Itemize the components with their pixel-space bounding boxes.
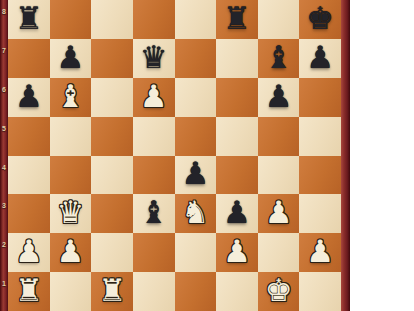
square-c6[interactable] xyxy=(91,78,133,117)
square-d4[interactable] xyxy=(133,156,175,195)
piece-black-queen: ♛ xyxy=(140,42,168,73)
square-a6[interactable]: ♟ xyxy=(8,78,50,117)
square-g6[interactable]: ♟ xyxy=(258,78,300,117)
piece-white-rook: ♜ xyxy=(15,275,43,306)
square-b4[interactable] xyxy=(50,156,92,195)
square-c1[interactable]: ♜ xyxy=(91,272,133,311)
square-e3[interactable]: ♞ xyxy=(175,194,217,233)
square-a7[interactable] xyxy=(8,39,50,78)
square-b7[interactable]: ♟ xyxy=(50,39,92,78)
piece-white-bishop: ♝ xyxy=(57,81,85,112)
piece-black-pawn: ♟ xyxy=(57,42,85,73)
piece-white-king: ♚ xyxy=(265,275,293,306)
rank-label-7: 7 xyxy=(0,47,8,55)
board-right-rail xyxy=(341,0,350,311)
square-e2[interactable] xyxy=(175,233,217,272)
piece-white-rook: ♜ xyxy=(98,275,126,306)
board-grid: ♜♜♚♟♛♝♟♟♝♟♟♟♛♝♞♟♟♟♟♟♟♜♜♚ xyxy=(8,0,341,311)
square-b5[interactable] xyxy=(50,117,92,156)
chess-board: ♜♜♚♟♛♝♟♟♝♟♟♟♛♝♞♟♟♟♟♟♟♜♜♚ 87654321 xyxy=(0,0,350,311)
square-f8[interactable]: ♜ xyxy=(216,0,258,39)
piece-black-bishop: ♝ xyxy=(265,42,293,73)
square-e4[interactable]: ♟ xyxy=(175,156,217,195)
piece-black-pawn: ♟ xyxy=(223,197,251,228)
piece-black-rook: ♜ xyxy=(223,3,251,34)
square-c2[interactable] xyxy=(91,233,133,272)
square-e1[interactable] xyxy=(175,272,217,311)
page-background: ♜♜♚♟♛♝♟♟♝♟♟♟♛♝♞♟♟♟♟♟♟♜♜♚ 87654321 xyxy=(0,0,414,311)
rank-label-1: 1 xyxy=(0,280,8,288)
square-h8[interactable]: ♚ xyxy=(299,0,341,39)
square-b8[interactable] xyxy=(50,0,92,39)
piece-white-pawn: ♟ xyxy=(15,236,43,267)
square-c5[interactable] xyxy=(91,117,133,156)
square-h1[interactable] xyxy=(299,272,341,311)
square-g1[interactable]: ♚ xyxy=(258,272,300,311)
piece-white-pawn: ♟ xyxy=(57,236,85,267)
square-g4[interactable] xyxy=(258,156,300,195)
square-d6[interactable]: ♟ xyxy=(133,78,175,117)
square-h2[interactable]: ♟ xyxy=(299,233,341,272)
square-h5[interactable] xyxy=(299,117,341,156)
square-a3[interactable] xyxy=(8,194,50,233)
square-a4[interactable] xyxy=(8,156,50,195)
square-f4[interactable] xyxy=(216,156,258,195)
square-a1[interactable]: ♜ xyxy=(8,272,50,311)
square-h7[interactable]: ♟ xyxy=(299,39,341,78)
square-g5[interactable] xyxy=(258,117,300,156)
square-d5[interactable] xyxy=(133,117,175,156)
piece-white-pawn: ♟ xyxy=(223,236,251,267)
square-f5[interactable] xyxy=(216,117,258,156)
rank-label-3: 3 xyxy=(0,202,8,210)
square-b1[interactable] xyxy=(50,272,92,311)
square-h4[interactable] xyxy=(299,156,341,195)
square-d1[interactable] xyxy=(133,272,175,311)
square-g7[interactable]: ♝ xyxy=(258,39,300,78)
piece-white-pawn: ♟ xyxy=(140,81,168,112)
piece-black-pawn: ♟ xyxy=(181,158,209,189)
piece-black-pawn: ♟ xyxy=(265,81,293,112)
square-f6[interactable] xyxy=(216,78,258,117)
piece-black-pawn: ♟ xyxy=(306,42,334,73)
square-e5[interactable] xyxy=(175,117,217,156)
square-d3[interactable]: ♝ xyxy=(133,194,175,233)
square-a5[interactable] xyxy=(8,117,50,156)
rank-label-2: 2 xyxy=(0,241,8,249)
square-e7[interactable] xyxy=(175,39,217,78)
rank-label-6: 6 xyxy=(0,86,8,94)
piece-black-rook: ♜ xyxy=(15,3,43,34)
square-f1[interactable] xyxy=(216,272,258,311)
square-g3[interactable]: ♟ xyxy=(258,194,300,233)
square-e6[interactable] xyxy=(175,78,217,117)
square-f3[interactable]: ♟ xyxy=(216,194,258,233)
square-g2[interactable] xyxy=(258,233,300,272)
square-d7[interactable]: ♛ xyxy=(133,39,175,78)
piece-white-pawn: ♟ xyxy=(265,197,293,228)
square-f2[interactable]: ♟ xyxy=(216,233,258,272)
square-b6[interactable]: ♝ xyxy=(50,78,92,117)
piece-white-pawn: ♟ xyxy=(306,236,334,267)
square-f7[interactable] xyxy=(216,39,258,78)
rank-label-5: 5 xyxy=(0,125,8,133)
square-c7[interactable] xyxy=(91,39,133,78)
square-g8[interactable] xyxy=(258,0,300,39)
piece-white-queen: ♛ xyxy=(57,197,85,228)
square-e8[interactable] xyxy=(175,0,217,39)
square-c4[interactable] xyxy=(91,156,133,195)
rank-label-8: 8 xyxy=(0,8,8,16)
rank-label-4: 4 xyxy=(0,164,8,172)
piece-white-knight: ♞ xyxy=(181,197,209,228)
square-d8[interactable] xyxy=(133,0,175,39)
square-b2[interactable]: ♟ xyxy=(50,233,92,272)
square-a2[interactable]: ♟ xyxy=(8,233,50,272)
piece-black-bishop: ♝ xyxy=(140,197,168,228)
piece-black-king: ♚ xyxy=(306,3,334,34)
square-c8[interactable] xyxy=(91,0,133,39)
square-h6[interactable] xyxy=(299,78,341,117)
piece-black-pawn: ♟ xyxy=(15,81,43,112)
square-c3[interactable] xyxy=(91,194,133,233)
square-a8[interactable]: ♜ xyxy=(8,0,50,39)
square-b3[interactable]: ♛ xyxy=(50,194,92,233)
square-h3[interactable] xyxy=(299,194,341,233)
square-d2[interactable] xyxy=(133,233,175,272)
